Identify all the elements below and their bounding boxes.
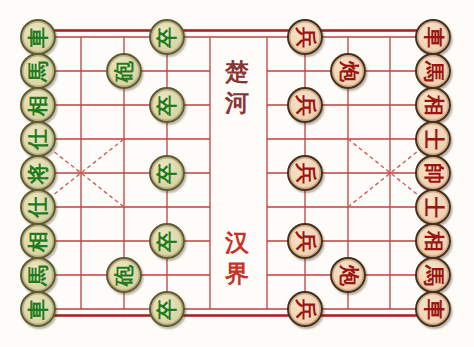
piece-green-advisor[interactable]: 仕 bbox=[20, 189, 56, 225]
piece-glyph: 兵 bbox=[295, 163, 316, 184]
piece-glyph: 卒 bbox=[157, 27, 178, 48]
piece-green-soldier[interactable]: 卒 bbox=[149, 87, 185, 123]
piece-green-soldier[interactable]: 卒 bbox=[149, 19, 185, 55]
piece-glyph: 兵 bbox=[295, 299, 316, 320]
piece-red-elephant[interactable]: 相 bbox=[415, 87, 451, 123]
piece-glyph: 相 bbox=[423, 95, 444, 116]
piece-glyph: 卒 bbox=[157, 95, 178, 116]
piece-red-soldier[interactable]: 兵 bbox=[287, 291, 323, 327]
piece-glyph: 士 bbox=[423, 197, 444, 218]
piece-green-chariot[interactable]: 車 bbox=[20, 291, 56, 327]
piece-red-general[interactable]: 帥 bbox=[415, 155, 451, 191]
piece-glyph: 車 bbox=[28, 299, 49, 320]
piece-glyph: 兵 bbox=[295, 27, 316, 48]
piece-red-advisor[interactable]: 士 bbox=[415, 121, 451, 157]
piece-glyph: 卒 bbox=[157, 231, 178, 252]
piece-green-cannon[interactable]: 砲 bbox=[106, 257, 142, 293]
xiangqi-board: 楚河 汉界 車馬相仕将仕相馬車砲砲卒卒卒卒卒兵兵兵兵兵炮炮車馬相士帥士相馬車 bbox=[0, 0, 474, 347]
piece-green-chariot[interactable]: 車 bbox=[20, 19, 56, 55]
piece-red-cannon[interactable]: 炮 bbox=[330, 257, 366, 293]
piece-glyph: 馬 bbox=[423, 265, 444, 286]
piece-glyph: 砲 bbox=[114, 61, 135, 82]
piece-green-soldier[interactable]: 卒 bbox=[149, 223, 185, 259]
piece-glyph: 仕 bbox=[28, 197, 49, 218]
piece-glyph: 馬 bbox=[28, 265, 49, 286]
piece-glyph: 馬 bbox=[28, 61, 49, 82]
piece-green-general[interactable]: 将 bbox=[20, 155, 56, 191]
piece-green-cannon[interactable]: 砲 bbox=[106, 53, 142, 89]
piece-glyph: 相 bbox=[28, 231, 49, 252]
piece-glyph: 相 bbox=[28, 95, 49, 116]
piece-green-horse[interactable]: 馬 bbox=[20, 53, 56, 89]
piece-glyph: 車 bbox=[423, 299, 444, 320]
piece-red-chariot[interactable]: 車 bbox=[415, 19, 451, 55]
piece-glyph: 車 bbox=[423, 27, 444, 48]
piece-glyph: 相 bbox=[423, 231, 444, 252]
river-label-chu-he: 楚河 bbox=[223, 57, 251, 119]
piece-red-advisor[interactable]: 士 bbox=[415, 189, 451, 225]
piece-red-cannon[interactable]: 炮 bbox=[330, 53, 366, 89]
piece-glyph: 車 bbox=[28, 27, 49, 48]
piece-glyph: 砲 bbox=[114, 265, 135, 286]
piece-glyph: 馬 bbox=[423, 61, 444, 82]
piece-red-soldier[interactable]: 兵 bbox=[287, 155, 323, 191]
piece-red-soldier[interactable]: 兵 bbox=[287, 19, 323, 55]
piece-glyph: 仕 bbox=[28, 129, 49, 150]
piece-glyph: 炮 bbox=[338, 265, 359, 286]
piece-green-elephant[interactable]: 相 bbox=[20, 223, 56, 259]
river-label-han-jie: 汉界 bbox=[223, 228, 251, 290]
piece-red-chariot[interactable]: 車 bbox=[415, 291, 451, 327]
piece-glyph: 卒 bbox=[157, 163, 178, 184]
piece-glyph: 炮 bbox=[338, 61, 359, 82]
piece-green-soldier[interactable]: 卒 bbox=[149, 291, 185, 327]
piece-glyph: 卒 bbox=[157, 299, 178, 320]
piece-glyph: 兵 bbox=[295, 95, 316, 116]
piece-red-elephant[interactable]: 相 bbox=[415, 223, 451, 259]
piece-red-soldier[interactable]: 兵 bbox=[287, 223, 323, 259]
piece-red-soldier[interactable]: 兵 bbox=[287, 87, 323, 123]
piece-glyph: 将 bbox=[28, 163, 49, 184]
piece-red-horse[interactable]: 馬 bbox=[415, 53, 451, 89]
piece-green-soldier[interactable]: 卒 bbox=[149, 155, 185, 191]
piece-glyph: 士 bbox=[423, 129, 444, 150]
piece-red-horse[interactable]: 馬 bbox=[415, 257, 451, 293]
piece-green-horse[interactable]: 馬 bbox=[20, 257, 56, 293]
piece-glyph: 帥 bbox=[423, 163, 444, 184]
piece-green-advisor[interactable]: 仕 bbox=[20, 121, 56, 157]
piece-green-elephant[interactable]: 相 bbox=[20, 87, 56, 123]
piece-glyph: 兵 bbox=[295, 231, 316, 252]
